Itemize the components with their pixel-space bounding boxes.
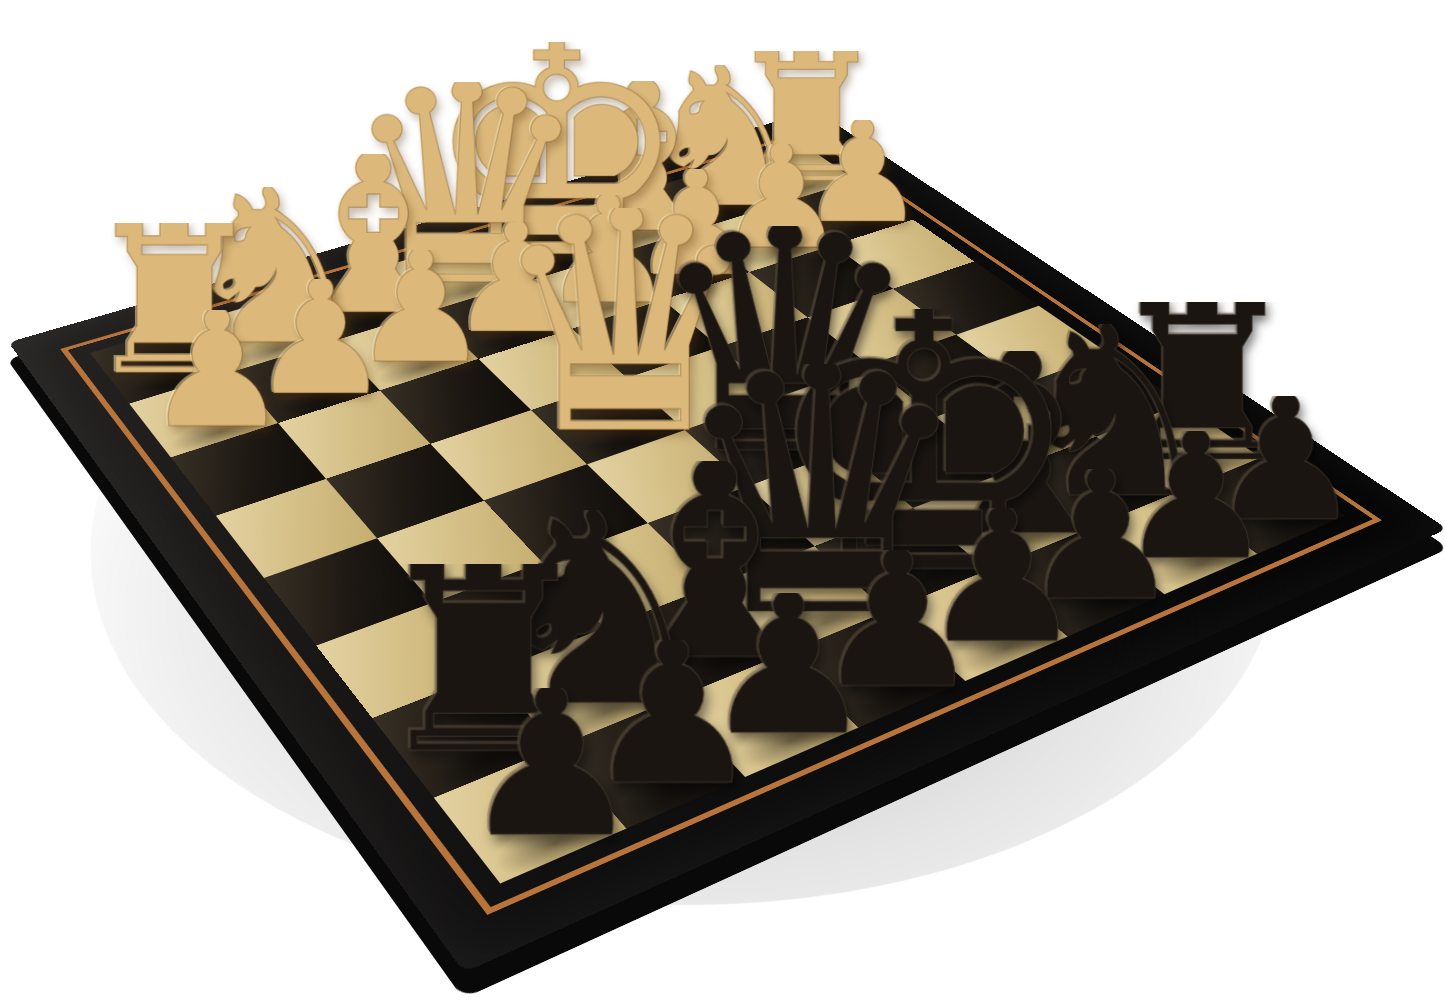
piece-white-pawn[interactable]: ♟ [144, 310, 290, 431]
board-frame: ♜♞♝♛♚♝♞♜♟♟♟♟♟♟♟♟♛♛♜♞♝♛♚♝♞♜♟♟♟♟♟♟♟♟ [8, 110, 1445, 972]
scene: ♜♞♝♛♚♝♞♜♟♟♟♟♟♟♟♟♛♛♜♞♝♛♚♝♞♜♟♟♟♟♟♟♟♟ [0, 0, 1445, 1008]
piece-black-pawn[interactable]: ♟ [459, 688, 644, 840]
chess-board: ♜♞♝♛♚♝♞♜♟♟♟♟♟♟♟♟♛♛♜♞♝♛♚♝♞♜♟♟♟♟♟♟♟♟ [8, 110, 1445, 972]
